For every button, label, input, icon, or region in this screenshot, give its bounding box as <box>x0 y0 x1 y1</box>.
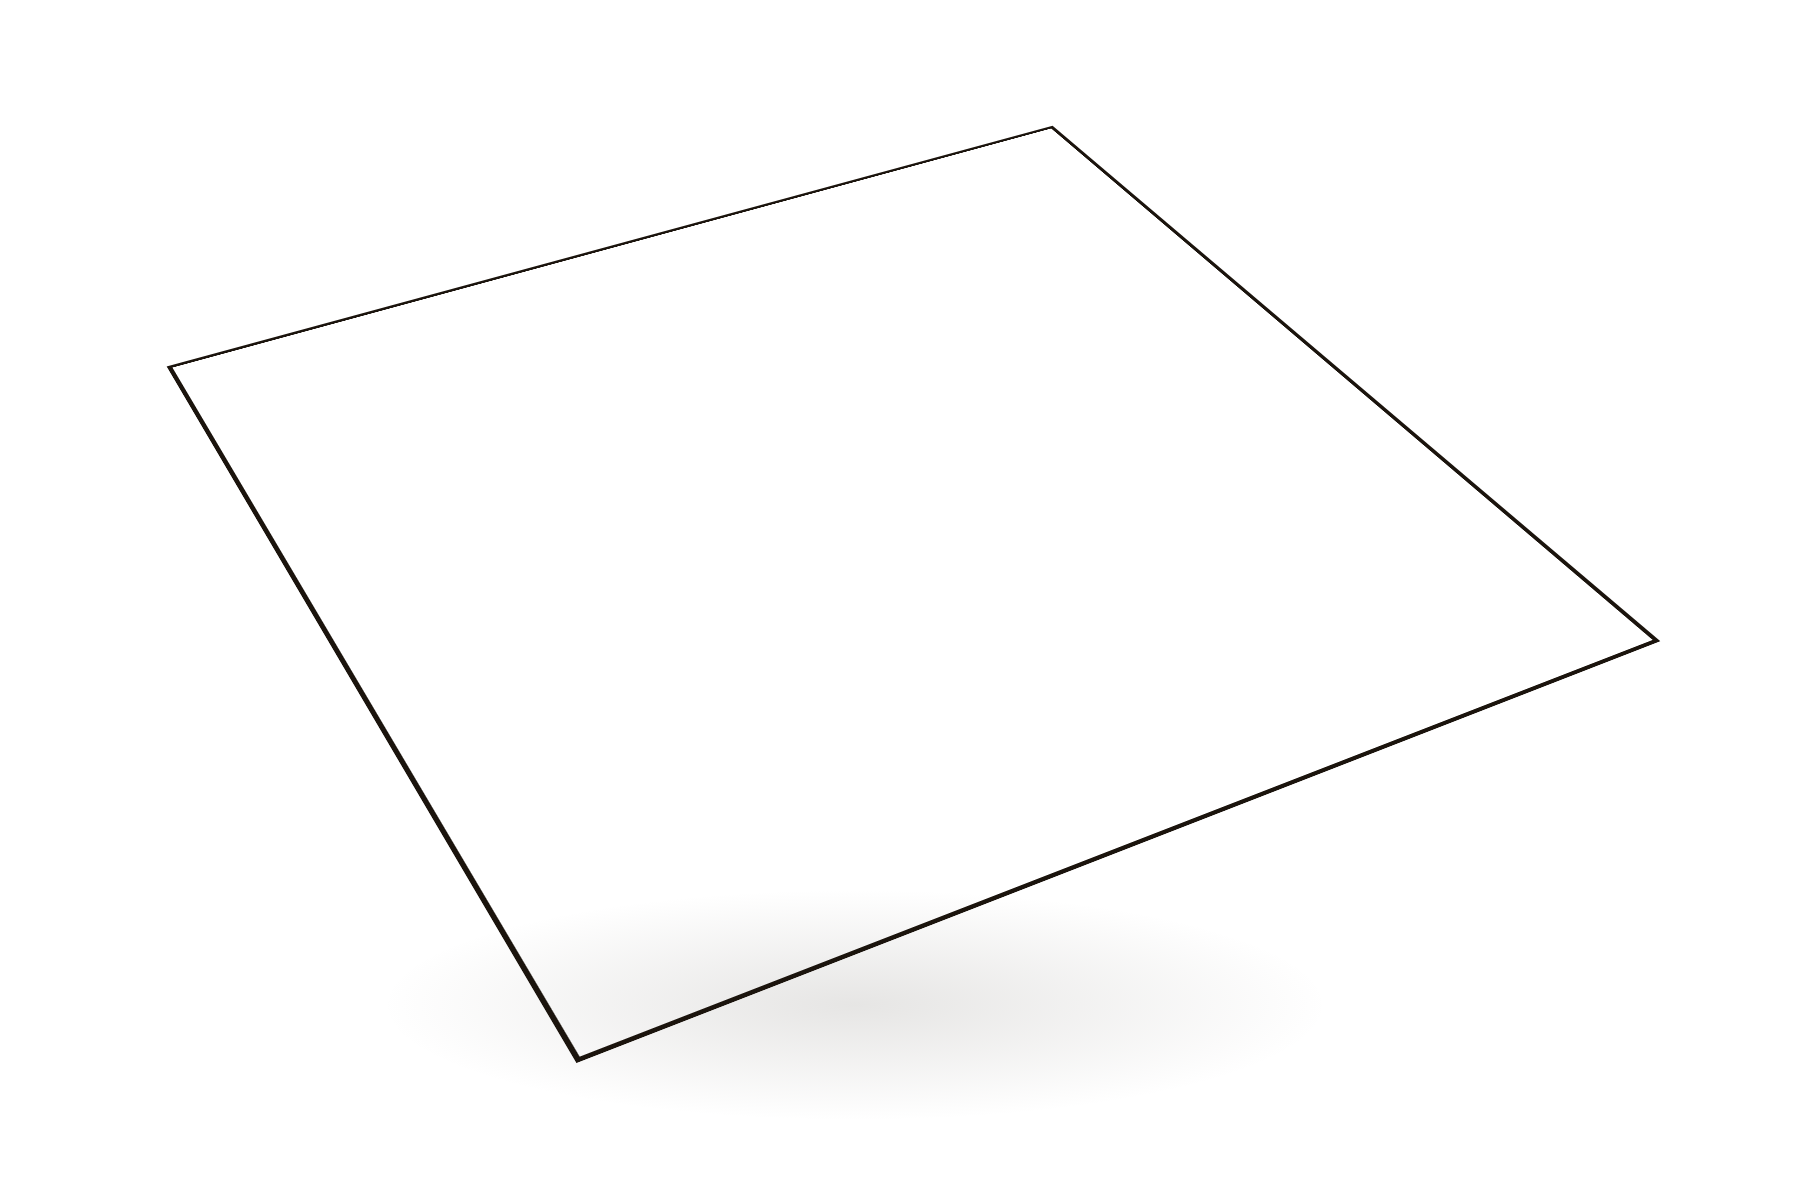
product-photo-scene <box>0 0 1800 1200</box>
